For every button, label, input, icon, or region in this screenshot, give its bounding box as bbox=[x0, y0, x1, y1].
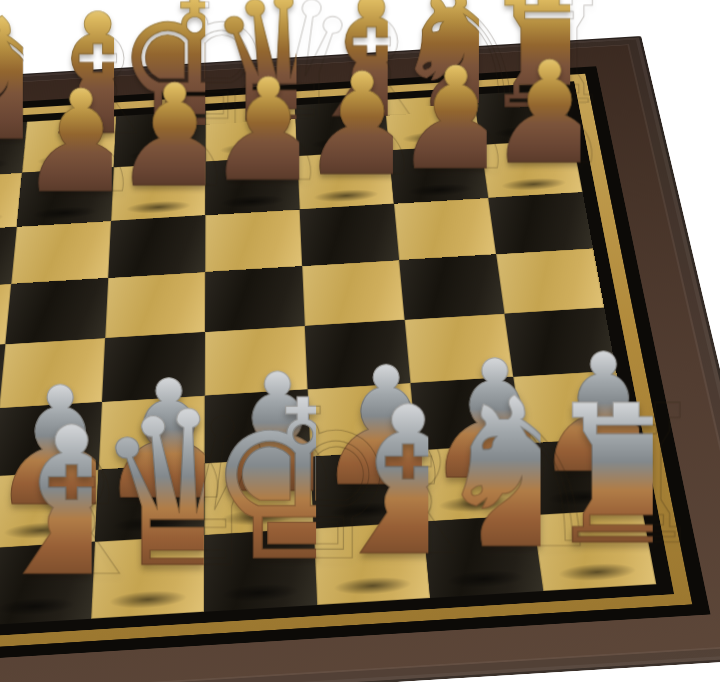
piece-silver-knight[interactable]: ♞ bbox=[429, 371, 541, 578]
square-f7[interactable]: ♟ bbox=[297, 150, 394, 209]
chess-board: ♜♞♝♚♛♝♞♜♟♟♟♟♟♟♟♟♟♟♟♟♟♟♟♟♜♞♝♛♚♝♞♜ bbox=[0, 36, 720, 682]
piece-silver-king[interactable]: ♚ bbox=[204, 371, 316, 591]
square-f6[interactable] bbox=[300, 204, 399, 266]
piece-silver-bishop[interactable]: ♝ bbox=[316, 380, 428, 585]
square-g7[interactable]: ♟ bbox=[389, 145, 488, 204]
square-f1[interactable]: ♝ bbox=[314, 522, 430, 605]
square-d6[interactable] bbox=[108, 215, 205, 278]
square-e7[interactable]: ♟ bbox=[205, 156, 299, 215]
piece-gold-pawn[interactable]: ♟ bbox=[112, 65, 206, 206]
square-f5[interactable] bbox=[302, 260, 404, 326]
piece-gold-pawn[interactable]: ♟ bbox=[299, 54, 393, 195]
square-g1[interactable]: ♞ bbox=[423, 515, 543, 598]
square-c5[interactable] bbox=[5, 278, 108, 344]
piece-gold-pawn[interactable]: ♟ bbox=[486, 42, 580, 183]
chessboard-scene: ♜♞♝♚♛♝♞♜♟♟♟♟♟♟♟♟♟♟♟♟♟♟♟♟♜♞♝♛♚♝♞♜ bbox=[0, 0, 720, 682]
piece-gold-pawn[interactable]: ♟ bbox=[0, 77, 18, 218]
piece-gold-pawn[interactable]: ♟ bbox=[205, 60, 299, 201]
piece-silver-rook[interactable]: ♜ bbox=[541, 379, 653, 570]
square-h7[interactable]: ♟ bbox=[481, 139, 583, 198]
square-d1[interactable]: ♛ bbox=[91, 535, 204, 619]
piece-gold-pawn[interactable]: ♟ bbox=[18, 71, 112, 212]
square-d5[interactable] bbox=[105, 272, 205, 338]
square-g5[interactable] bbox=[399, 254, 504, 320]
photo-background: ♜♞♝♚♛♝♞♜♟♟♟♟♟♟♟♟♟♟♟♟♟♟♟♟♜♞♝♛♚♝♞♜ bbox=[0, 0, 720, 682]
square-e5[interactable] bbox=[205, 266, 305, 332]
square-e6[interactable] bbox=[205, 210, 302, 272]
square-e1[interactable]: ♚ bbox=[204, 528, 317, 611]
square-h5[interactable] bbox=[496, 248, 604, 313]
piece-silver-queen[interactable]: ♛ bbox=[92, 384, 204, 598]
square-h1[interactable]: ♜ bbox=[533, 508, 657, 591]
square-c1[interactable]: ♝ bbox=[0, 542, 95, 626]
piece-gold-pawn[interactable]: ♟ bbox=[393, 48, 487, 189]
board-squares: ♜♞♝♚♛♝♞♜♟♟♟♟♟♟♟♟♟♟♟♟♟♟♟♟♜♞♝♛♚♝♞♜ bbox=[0, 89, 656, 640]
piece-silver-bishop[interactable]: ♝ bbox=[0, 400, 92, 605]
